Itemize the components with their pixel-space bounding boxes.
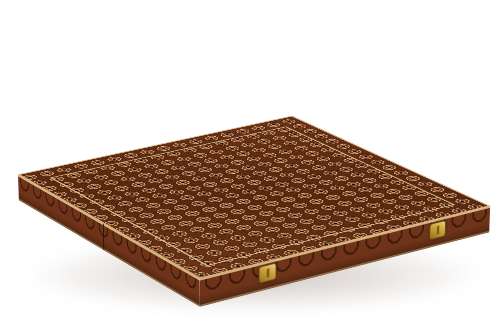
brass-latch [429, 220, 446, 240]
fold-seam-side [103, 223, 105, 251]
chess-set-photo [0, 0, 500, 333]
brass-latch [259, 262, 277, 283]
